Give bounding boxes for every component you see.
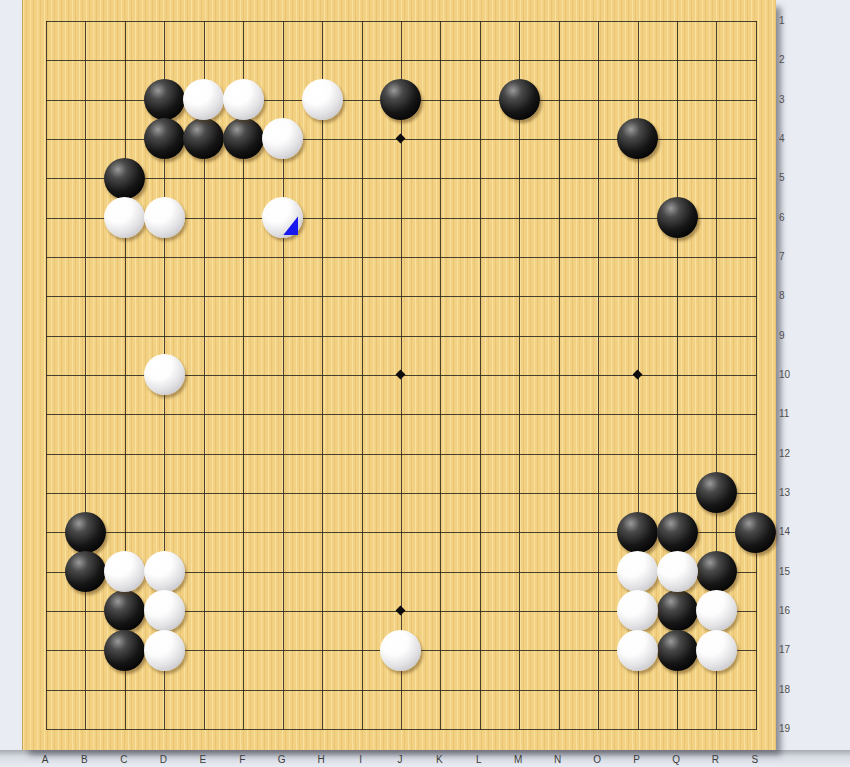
row-label: 19 [779, 722, 801, 736]
column-label: I [351, 753, 371, 766]
column-label: R [705, 753, 725, 766]
column-label: N [548, 753, 568, 766]
row-label: 8 [779, 289, 801, 303]
black-stone [499, 79, 540, 120]
last-move-marker-icon [283, 216, 298, 235]
column-label: G [272, 753, 292, 766]
column-label: C [114, 753, 134, 766]
column-label: L [469, 753, 489, 766]
row-label: 13 [779, 486, 801, 500]
white-stone [223, 79, 264, 120]
row-label: 9 [779, 329, 801, 343]
row-label: 18 [779, 683, 801, 697]
black-stone [735, 512, 776, 553]
black-stone [696, 551, 737, 592]
white-stone [380, 630, 421, 671]
white-stone [696, 630, 737, 671]
go-app: 12345678910111213141516171819 ABCDEFGHIJ… [0, 0, 850, 767]
row-label: 2 [779, 53, 801, 67]
white-stone [144, 354, 185, 395]
white-stone [144, 630, 185, 671]
black-stone [657, 512, 698, 553]
black-stone [144, 79, 185, 120]
black-stone [223, 118, 264, 159]
white-stone [144, 590, 185, 631]
row-label: 7 [779, 250, 801, 264]
row-label: 14 [779, 525, 801, 539]
white-stone [657, 551, 698, 592]
row-label: 4 [779, 132, 801, 146]
column-label: B [74, 753, 94, 766]
white-stone [144, 197, 185, 238]
column-label: P [627, 753, 647, 766]
row-label: 1 [779, 14, 801, 28]
black-stone [657, 197, 698, 238]
column-label: F [232, 753, 252, 766]
white-stone [617, 551, 658, 592]
black-stone [65, 512, 106, 553]
black-stone [65, 551, 106, 592]
column-label: D [153, 753, 173, 766]
white-stone [262, 197, 303, 238]
row-label: 11 [779, 407, 801, 421]
column-label: M [508, 753, 528, 766]
column-label: A [35, 753, 55, 766]
go-board[interactable] [22, 0, 776, 750]
row-label: 16 [779, 604, 801, 618]
row-label: 17 [779, 643, 801, 657]
column-label: K [429, 753, 449, 766]
column-label: J [390, 753, 410, 766]
column-label: Q [666, 753, 686, 766]
row-label: 12 [779, 447, 801, 461]
row-label: 5 [779, 171, 801, 185]
column-label: H [311, 753, 331, 766]
white-stone [617, 630, 658, 671]
black-stone [657, 630, 698, 671]
row-label: 10 [779, 368, 801, 382]
column-label: E [193, 753, 213, 766]
column-label: S [745, 753, 765, 766]
row-label: 15 [779, 565, 801, 579]
black-stone [104, 630, 145, 671]
black-stone [657, 590, 698, 631]
black-stone [617, 512, 658, 553]
black-stone [104, 158, 145, 199]
row-label: 3 [779, 93, 801, 107]
row-label: 6 [779, 211, 801, 225]
column-label: O [587, 753, 607, 766]
white-stone [302, 79, 343, 120]
white-stone [144, 551, 185, 592]
